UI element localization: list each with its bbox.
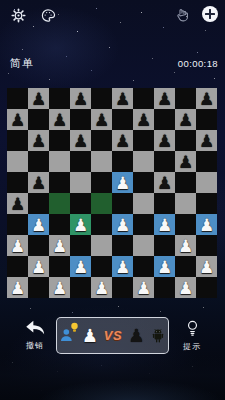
board-cell-r9c2[interactable]: ♟ [28, 256, 49, 277]
settings-button[interactable] [10, 7, 26, 23]
lightbulb-icon [186, 320, 199, 336]
white-pawn: ♟ [7, 235, 28, 256]
black-pawn: ♟ [70, 88, 91, 109]
board-cell-r7c6[interactable]: ♟ [112, 214, 133, 235]
board-cell-r4c7[interactable] [133, 151, 154, 172]
board-cell-r2c5[interactable]: ♟ [91, 109, 112, 130]
black-pawn: ♟ [28, 130, 49, 151]
board-cell-r3c2[interactable]: ♟ [28, 130, 49, 151]
board-cell-r9c6[interactable]: ♟ [112, 256, 133, 277]
palette-icon [40, 8, 56, 23]
board-cell-r9c4[interactable]: ♟ [70, 256, 91, 277]
undo-label: 撤销 [14, 340, 56, 351]
board-cell-r8c1[interactable]: ♟ [7, 235, 28, 256]
players-vs-panel[interactable]: ♟ VS ♟ [56, 317, 169, 354]
board-cell-r4c4[interactable] [70, 151, 91, 172]
black-pawn: ♟ [7, 109, 28, 130]
board-cell-r7c1[interactable] [7, 214, 28, 235]
board-cell-r3c10[interactable]: ♟ [196, 130, 217, 151]
android-robot-icon [150, 328, 166, 344]
board-cell-r6c7[interactable] [133, 193, 154, 214]
board-cell-r5c3[interactable] [49, 172, 70, 193]
board-cell-r7c10[interactable]: ♟ [196, 214, 217, 235]
white-pawn: ♟ [112, 214, 133, 235]
board-cell-r6c3[interactable] [49, 193, 70, 214]
board-cell-r10c7[interactable]: ♟ [133, 277, 154, 298]
board-cell-r10c10[interactable] [196, 277, 217, 298]
board-cell-r7c5[interactable] [91, 214, 112, 235]
board-cell-r6c9[interactable] [175, 193, 196, 214]
black-pawn: ♟ [196, 130, 217, 151]
board-cell-r9c10[interactable]: ♟ [196, 256, 217, 277]
board-cell-r3c8[interactable]: ♟ [154, 130, 175, 151]
black-pawn: ♟ [91, 109, 112, 130]
board-cell-r2c3[interactable]: ♟ [49, 109, 70, 130]
board-cell-r10c5[interactable]: ♟ [91, 277, 112, 298]
board-cell-r10c9[interactable]: ♟ [175, 277, 196, 298]
white-pawn: ♟ [49, 235, 70, 256]
board-cell-r8c8[interactable] [154, 235, 175, 256]
black-pawn: ♟ [175, 151, 196, 172]
black-pawn-icon: ♟ [128, 327, 144, 345]
plus-icon [205, 9, 215, 19]
board-cell-r9c3[interactable] [49, 256, 70, 277]
gesture-button[interactable] [174, 5, 192, 23]
board-cell-r2c7[interactable]: ♟ [133, 109, 154, 130]
board-cell-r7c2[interactable]: ♟ [28, 214, 49, 235]
white-pawn: ♟ [112, 172, 133, 193]
black-pawn: ♟ [49, 109, 70, 130]
board-cell-r10c2[interactable] [28, 277, 49, 298]
board-cell-r4c1[interactable] [7, 151, 28, 172]
board-cell-r8c6[interactable] [112, 235, 133, 256]
board-cell-r2c2[interactable] [28, 109, 49, 130]
black-pawn: ♟ [7, 193, 28, 214]
hint-label: 提示 [171, 341, 213, 352]
black-pawn: ♟ [133, 109, 154, 130]
white-pawn: ♟ [28, 256, 49, 277]
starfield-background [0, 0, 1, 1]
board-cell-r2c1[interactable]: ♟ [7, 109, 28, 130]
black-pawn: ♟ [28, 88, 49, 109]
board-cell-r9c7[interactable] [133, 256, 154, 277]
black-pawn: ♟ [112, 130, 133, 151]
board-cell-r7c7[interactable] [133, 214, 154, 235]
theme-button[interactable] [39, 7, 56, 23]
vs-label: VS [104, 328, 122, 343]
board-cell-r5c2[interactable]: ♟ [28, 172, 49, 193]
board-cell-r2c10[interactable] [196, 109, 217, 130]
board-cell-r8c7[interactable] [133, 235, 154, 256]
board-cell-r8c5[interactable] [91, 235, 112, 256]
undo-button[interactable]: 撤销 [14, 320, 56, 351]
board-cell-r4c8[interactable] [154, 151, 175, 172]
white-pawn: ♟ [175, 235, 196, 256]
undo-arrow-icon [24, 320, 46, 335]
white-pawn: ♟ [28, 214, 49, 235]
board-cell-r6c5[interactable] [91, 193, 112, 214]
board-cell-r10c8[interactable] [154, 277, 175, 298]
board-cell-r5c5[interactable] [91, 172, 112, 193]
board-cell-r5c4[interactable] [70, 172, 91, 193]
board-cell-r1c4[interactable]: ♟ [70, 88, 91, 109]
board-cell-r1c6[interactable]: ♟ [112, 88, 133, 109]
board-cell-r7c9[interactable] [175, 214, 196, 235]
board-cell-r1c10[interactable]: ♟ [196, 88, 217, 109]
board-cell-r8c10[interactable] [196, 235, 217, 256]
black-pawn: ♟ [154, 172, 175, 193]
black-pawn: ♟ [28, 172, 49, 193]
white-pawn: ♟ [49, 277, 70, 298]
board-cell-r3c7[interactable] [133, 130, 154, 151]
idea-bulb-icon [70, 322, 79, 333]
board-cell-r4c5[interactable] [91, 151, 112, 172]
white-pawn: ♟ [175, 277, 196, 298]
game-timer: 00:00:18 [178, 58, 218, 69]
board-cell-r9c9[interactable] [175, 256, 196, 277]
app-screen: 简单 00:00:18 ♟♟♟♟♟♟♟♟♟♟♟♟♟♟♟♟♟♟♟♟♟♟♟♟♟♟♟♟… [0, 0, 225, 400]
board-cell-r4c3[interactable] [49, 151, 70, 172]
board-cell-r9c8[interactable]: ♟ [154, 256, 175, 277]
board-cell-r2c6[interactable] [112, 109, 133, 130]
board-cell-r10c6[interactable] [112, 277, 133, 298]
board-cell-r5c7[interactable] [133, 172, 154, 193]
white-pawn: ♟ [70, 256, 91, 277]
black-pawn: ♟ [154, 130, 175, 151]
board-cell-r3c5[interactable] [91, 130, 112, 151]
hint-button[interactable]: 提示 [171, 320, 213, 352]
white-pawn: ♟ [154, 256, 175, 277]
board-cell-r1c3[interactable] [49, 88, 70, 109]
board-cell-r6c2[interactable] [28, 193, 49, 214]
board-cell-r8c2[interactable] [28, 235, 49, 256]
board-cell-r1c7[interactable] [133, 88, 154, 109]
board-cell-r1c9[interactable] [175, 88, 196, 109]
gear-icon [11, 8, 26, 23]
bottom-landscape [0, 354, 225, 400]
black-pawn: ♟ [175, 109, 196, 130]
board-cell-r3c9[interactable] [175, 130, 196, 151]
board-cell-r1c1[interactable] [7, 88, 28, 109]
board-cell-r9c1[interactable] [7, 256, 28, 277]
board-cell-r4c2[interactable] [28, 151, 49, 172]
black-pawn: ♟ [154, 88, 175, 109]
board-cell-r6c1[interactable]: ♟ [7, 193, 28, 214]
board-cell-r4c9[interactable]: ♟ [175, 151, 196, 172]
board-cell-r10c3[interactable]: ♟ [49, 277, 70, 298]
board-cell-r6c8[interactable] [154, 193, 175, 214]
board[interactable]: ♟♟♟♟♟♟♟♟♟♟♟♟♟♟♟♟♟♟♟♟♟♟♟♟♟♟♟♟♟♟♟♟♟♟♟♟♟♟ [7, 88, 217, 298]
board-cell-r10c4[interactable] [70, 277, 91, 298]
white-pawn: ♟ [154, 214, 175, 235]
board-cell-r3c3[interactable] [49, 130, 70, 151]
human-player [59, 327, 76, 344]
board-cell-r3c4[interactable]: ♟ [70, 130, 91, 151]
white-pawn: ♟ [70, 214, 91, 235]
board-cell-r5c1[interactable] [7, 172, 28, 193]
board-cell-r9c5[interactable] [91, 256, 112, 277]
board-cell-r3c1[interactable] [7, 130, 28, 151]
new-game-button[interactable] [202, 6, 218, 22]
black-pawn: ♟ [112, 88, 133, 109]
white-pawn: ♟ [133, 277, 154, 298]
board-cell-r2c8[interactable] [154, 109, 175, 130]
black-pawn: ♟ [70, 130, 91, 151]
board-cell-r5c9[interactable] [175, 172, 196, 193]
white-pawn-icon: ♟ [82, 327, 98, 345]
board-cell-r4c10[interactable] [196, 151, 217, 172]
white-pawn: ♟ [7, 277, 28, 298]
hand-icon [175, 6, 192, 23]
board-cell-r5c10[interactable] [196, 172, 217, 193]
board-cell-r2c9[interactable]: ♟ [175, 109, 196, 130]
board-cell-r1c2[interactable]: ♟ [28, 88, 49, 109]
board-cell-r5c6[interactable]: ♟ [112, 172, 133, 193]
board-cell-r6c4[interactable] [70, 193, 91, 214]
board-cell-r1c5[interactable] [91, 88, 112, 109]
board-cell-r2c4[interactable] [70, 109, 91, 130]
board-cell-r3c6[interactable]: ♟ [112, 130, 133, 151]
board-cell-r1c8[interactable]: ♟ [154, 88, 175, 109]
white-pawn: ♟ [112, 256, 133, 277]
board-cell-r10c1[interactable]: ♟ [7, 277, 28, 298]
board-cell-r6c10[interactable] [196, 193, 217, 214]
board-cell-r7c8[interactable]: ♟ [154, 214, 175, 235]
white-pawn: ♟ [196, 256, 217, 277]
board-cell-r6c6[interactable] [112, 193, 133, 214]
difficulty-label: 简单 [10, 56, 34, 71]
board-cell-r5c8[interactable]: ♟ [154, 172, 175, 193]
board-cell-r7c4[interactable]: ♟ [70, 214, 91, 235]
white-pawn: ♟ [91, 277, 112, 298]
white-pawn: ♟ [196, 214, 217, 235]
board-cell-r8c4[interactable] [70, 235, 91, 256]
black-pawn: ♟ [196, 88, 217, 109]
board-cell-r4c6[interactable] [112, 151, 133, 172]
board-cell-r8c9[interactable]: ♟ [175, 235, 196, 256]
board-cell-r8c3[interactable]: ♟ [49, 235, 70, 256]
board-cell-r7c3[interactable] [49, 214, 70, 235]
